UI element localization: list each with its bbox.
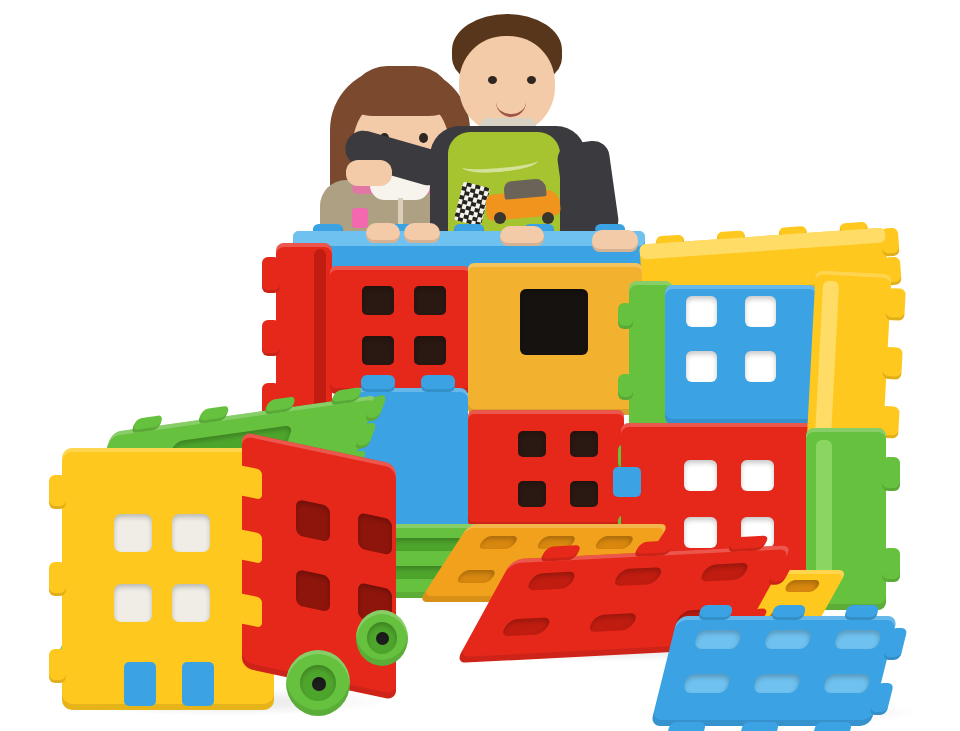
girl-hand [404, 223, 440, 243]
boy-hand [500, 226, 544, 246]
product-photo [0, 0, 960, 731]
boy-hand [592, 230, 638, 252]
hands-layer [0, 0, 960, 731]
girl-hand [366, 223, 400, 243]
